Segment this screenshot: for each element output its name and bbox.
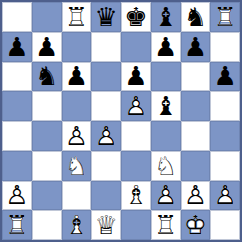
square-g6[interactable] — [181, 62, 211, 92]
square-c8[interactable]: ♜♖ — [62, 2, 92, 32]
rook-fill-glyph: ♜ — [2, 210, 32, 240]
bishop-solid-glyph: ♝ — [151, 91, 181, 121]
knight-outline-glyph: ♘ — [62, 151, 92, 181]
square-e8[interactable]: ♚ — [121, 2, 151, 32]
square-a5[interactable] — [2, 91, 32, 121]
square-a4[interactable] — [2, 121, 32, 151]
black-pawn[interactable]: ♟ — [32, 32, 62, 62]
square-g8[interactable]: ♞ — [181, 2, 211, 32]
white-pawn[interactable]: ♟♙ — [62, 121, 92, 151]
square-f7[interactable]: ♟ — [151, 32, 181, 62]
black-pawn[interactable]: ♟ — [62, 62, 92, 92]
square-e5[interactable]: ♟♙ — [121, 91, 151, 121]
square-f2[interactable]: ♟♙ — [151, 181, 181, 211]
white-pawn[interactable]: ♟♙ — [181, 181, 211, 211]
square-h1[interactable] — [210, 210, 240, 240]
pawn-fill-glyph: ♟ — [2, 181, 32, 211]
bishop-outline-glyph: ♗ — [121, 181, 151, 211]
pawn-solid-glyph: ♟ — [62, 62, 92, 92]
pawn-solid-glyph: ♟ — [151, 32, 181, 62]
white-pawn[interactable]: ♟♙ — [121, 91, 151, 121]
square-g5[interactable] — [181, 91, 211, 121]
square-b8[interactable] — [32, 2, 62, 32]
pawn-outline-glyph: ♙ — [151, 181, 181, 211]
square-c3[interactable]: ♞♘ — [62, 151, 92, 181]
pawn-solid-glyph: ♟ — [121, 62, 151, 92]
queen-outline-glyph: ♕ — [91, 210, 121, 240]
white-pawn[interactable]: ♟♙ — [91, 121, 121, 151]
pawn-outline-glyph: ♙ — [91, 121, 121, 151]
pawn-outline-glyph: ♙ — [62, 121, 92, 151]
black-pawn[interactable]: ♟ — [210, 62, 240, 92]
black-bishop[interactable]: ♝ — [151, 2, 181, 32]
pawn-outline-glyph: ♙ — [2, 181, 32, 211]
square-b3[interactable] — [32, 151, 62, 181]
square-g3[interactable] — [181, 151, 211, 181]
square-d4[interactable]: ♟♙ — [91, 121, 121, 151]
king-outline-glyph: ♔ — [181, 210, 211, 240]
square-d1[interactable]: ♛♕ — [91, 210, 121, 240]
square-b6[interactable]: ♞ — [32, 62, 62, 92]
rook-outline-glyph: ♖ — [62, 2, 92, 32]
square-e4[interactable] — [121, 121, 151, 151]
pawn-fill-glyph: ♟ — [91, 121, 121, 151]
square-h6[interactable]: ♟ — [210, 62, 240, 92]
rook-fill-glyph: ♜ — [210, 2, 240, 32]
square-f3[interactable]: ♞♘ — [151, 151, 181, 181]
white-knight[interactable]: ♞♘ — [151, 151, 181, 181]
square-h2[interactable]: ♟♙ — [210, 181, 240, 211]
square-c7[interactable] — [62, 32, 92, 62]
rook-fill-glyph: ♜ — [151, 210, 181, 240]
bishop-outline-glyph: ♗ — [62, 210, 92, 240]
pawn-solid-glyph: ♟ — [32, 32, 62, 62]
white-bishop[interactable]: ♝♗ — [62, 210, 92, 240]
pawn-outline-glyph: ♙ — [181, 181, 211, 211]
pawn-solid-glyph: ♟ — [210, 62, 240, 92]
square-c6[interactable]: ♟ — [62, 62, 92, 92]
black-knight[interactable]: ♞ — [32, 62, 62, 92]
square-a1[interactable]: ♜♖ — [2, 210, 32, 240]
bishop-fill-glyph: ♝ — [121, 181, 151, 211]
black-pawn[interactable]: ♟ — [2, 32, 32, 62]
king-fill-glyph: ♚ — [181, 210, 211, 240]
queen-solid-glyph: ♛ — [91, 2, 121, 32]
square-c2[interactable] — [62, 181, 92, 211]
pawn-fill-glyph: ♟ — [210, 181, 240, 211]
square-e6[interactable]: ♟ — [121, 62, 151, 92]
white-king[interactable]: ♚♔ — [181, 210, 211, 240]
square-e1[interactable] — [121, 210, 151, 240]
square-g2[interactable]: ♟♙ — [181, 181, 211, 211]
square-a3[interactable] — [2, 151, 32, 181]
square-f6[interactable] — [151, 62, 181, 92]
black-pawn[interactable]: ♟ — [181, 32, 211, 62]
rook-outline-glyph: ♖ — [2, 210, 32, 240]
white-rook[interactable]: ♜♖ — [210, 2, 240, 32]
square-a7[interactable]: ♟ — [2, 32, 32, 62]
square-h5[interactable] — [210, 91, 240, 121]
pawn-fill-glyph: ♟ — [62, 121, 92, 151]
king-solid-glyph: ♚ — [121, 2, 151, 32]
black-bishop[interactable]: ♝ — [151, 91, 181, 121]
square-b2[interactable] — [32, 181, 62, 211]
pawn-solid-glyph: ♟ — [2, 32, 32, 62]
square-c5[interactable] — [62, 91, 92, 121]
square-a8[interactable] — [2, 2, 32, 32]
square-b1[interactable] — [32, 210, 62, 240]
square-g1[interactable]: ♚♔ — [181, 210, 211, 240]
knight-solid-glyph: ♞ — [181, 2, 211, 32]
square-f4[interactable] — [151, 121, 181, 151]
square-b7[interactable]: ♟ — [32, 32, 62, 62]
square-g4[interactable] — [181, 121, 211, 151]
square-d2[interactable] — [91, 181, 121, 211]
pawn-outline-glyph: ♙ — [210, 181, 240, 211]
square-g7[interactable]: ♟ — [181, 32, 211, 62]
black-knight[interactable]: ♞ — [181, 2, 211, 32]
square-d3[interactable] — [91, 151, 121, 181]
white-pawn[interactable]: ♟♙ — [210, 181, 240, 211]
rook-outline-glyph: ♖ — [210, 2, 240, 32]
square-h3[interactable] — [210, 151, 240, 181]
black-king[interactable]: ♚ — [121, 2, 151, 32]
knight-outline-glyph: ♘ — [151, 151, 181, 181]
square-e3[interactable] — [121, 151, 151, 181]
white-knight[interactable]: ♞♘ — [62, 151, 92, 181]
white-rook[interactable]: ♜♖ — [62, 2, 92, 32]
knight-fill-glyph: ♞ — [151, 151, 181, 181]
square-c1[interactable]: ♝♗ — [62, 210, 92, 240]
pawn-fill-glyph: ♟ — [181, 181, 211, 211]
white-pawn[interactable]: ♟♙ — [151, 181, 181, 211]
square-e2[interactable]: ♝♗ — [121, 181, 151, 211]
square-d6[interactable] — [91, 62, 121, 92]
chess-board: ♜♖♛♚♝♞♜♖♟♟♟♟♞♟♟♟♟♙♝♟♙♟♙♞♘♞♘♟♙♝♗♟♙♟♙♟♙♜♖♝… — [0, 0, 242, 242]
white-bishop[interactable]: ♝♗ — [121, 181, 151, 211]
square-a2[interactable]: ♟♙ — [2, 181, 32, 211]
square-h8[interactable]: ♜♖ — [210, 2, 240, 32]
bishop-solid-glyph: ♝ — [151, 2, 181, 32]
white-rook[interactable]: ♜♖ — [151, 210, 181, 240]
square-b4[interactable] — [32, 121, 62, 151]
knight-fill-glyph: ♞ — [62, 151, 92, 181]
square-f1[interactable]: ♜♖ — [151, 210, 181, 240]
pawn-solid-glyph: ♟ — [181, 32, 211, 62]
square-d8[interactable]: ♛ — [91, 2, 121, 32]
square-e7[interactable] — [121, 32, 151, 62]
square-c4[interactable]: ♟♙ — [62, 121, 92, 151]
pawn-outline-glyph: ♙ — [121, 91, 151, 121]
black-queen[interactable]: ♛ — [91, 2, 121, 32]
white-rook[interactable]: ♜♖ — [2, 210, 32, 240]
white-pawn[interactable]: ♟♙ — [2, 181, 32, 211]
rook-fill-glyph: ♜ — [62, 2, 92, 32]
square-f5[interactable]: ♝ — [151, 91, 181, 121]
square-d7[interactable] — [91, 32, 121, 62]
black-pawn[interactable]: ♟ — [151, 32, 181, 62]
rook-outline-glyph: ♖ — [151, 210, 181, 240]
pawn-fill-glyph: ♟ — [121, 91, 151, 121]
square-a6[interactable] — [2, 62, 32, 92]
square-f8[interactable]: ♝ — [151, 2, 181, 32]
white-queen[interactable]: ♛♕ — [91, 210, 121, 240]
bishop-fill-glyph: ♝ — [62, 210, 92, 240]
square-h4[interactable] — [210, 121, 240, 151]
black-pawn[interactable]: ♟ — [121, 62, 151, 92]
knight-solid-glyph: ♞ — [32, 62, 62, 92]
square-b5[interactable] — [32, 91, 62, 121]
square-d5[interactable] — [91, 91, 121, 121]
square-h7[interactable] — [210, 32, 240, 62]
queen-fill-glyph: ♛ — [91, 210, 121, 240]
pawn-fill-glyph: ♟ — [151, 181, 181, 211]
